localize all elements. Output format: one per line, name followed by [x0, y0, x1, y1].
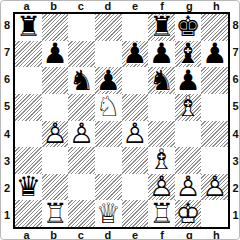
rank-label-2: 2 — [230, 175, 240, 202]
square-c8[interactable] — [68, 14, 95, 41]
piece-outline: ♗ — [175, 94, 202, 121]
piece-glyph: ♛ — [15, 174, 42, 201]
square-a4[interactable] — [15, 121, 42, 148]
piece-glyph: ♞ — [68, 67, 95, 94]
square-a6[interactable] — [15, 67, 42, 94]
square-a5[interactable] — [15, 94, 42, 121]
square-e2[interactable] — [122, 174, 149, 201]
piece-white-knight: ♞♘ — [95, 94, 122, 121]
square-a2[interactable]: ♛ — [15, 174, 42, 201]
file-label-c: c — [67, 229, 94, 240]
square-f6[interactable]: ♞ — [148, 67, 175, 94]
board: ♜♜♚♟♟♟♝♟♞♟♞♟♞♘♝♗♟♙♟♙♟♙♝♗♛♟♙♟♙♟♙♜♖♛♕♜♖♚♔ — [13, 12, 230, 229]
rank-label-1: 1 — [230, 202, 240, 229]
square-e3[interactable] — [122, 147, 149, 174]
rank-label-6: 6 — [1, 66, 13, 93]
piece-white-rook: ♜♖ — [42, 200, 69, 227]
rank-label-4: 4 — [1, 121, 13, 148]
square-h7[interactable]: ♟ — [201, 41, 228, 68]
piece-black-queen: ♛ — [15, 174, 42, 201]
square-a8[interactable]: ♜ — [15, 14, 42, 41]
square-g5[interactable]: ♝♗ — [175, 94, 202, 121]
piece-outline: ♙ — [122, 121, 149, 148]
rank-labels-right: 87654321 — [230, 12, 240, 229]
square-f1[interactable]: ♜♖ — [148, 200, 175, 227]
square-c3[interactable] — [68, 147, 95, 174]
square-h6[interactable] — [201, 67, 228, 94]
piece-black-rook: ♜ — [15, 14, 42, 41]
square-h5[interactable] — [201, 94, 228, 121]
rank-label-8: 8 — [1, 12, 13, 39]
piece-glyph: ♟ — [122, 41, 149, 68]
square-d3[interactable] — [95, 147, 122, 174]
square-g4[interactable] — [175, 121, 202, 148]
piece-white-pawn: ♟♙ — [122, 121, 149, 148]
file-labels-bottom: abcdefgh — [13, 229, 230, 240]
square-d4[interactable] — [95, 121, 122, 148]
piece-black-pawn: ♟ — [122, 41, 149, 68]
piece-glyph: ♟ — [201, 41, 228, 68]
square-e1[interactable] — [122, 200, 149, 227]
square-b6[interactable] — [42, 67, 69, 94]
piece-white-pawn: ♟♙ — [42, 121, 69, 148]
piece-white-pawn: ♟♙ — [68, 121, 95, 148]
piece-black-knight: ♞ — [148, 67, 175, 94]
square-c2[interactable] — [68, 174, 95, 201]
square-b4[interactable]: ♟♙ — [42, 121, 69, 148]
piece-outline: ♘ — [95, 94, 122, 121]
rank-label-7: 7 — [1, 39, 13, 66]
square-d1[interactable]: ♛♕ — [95, 200, 122, 227]
file-label-f: f — [149, 229, 176, 240]
rank-label-1: 1 — [1, 202, 13, 229]
square-d8[interactable] — [95, 14, 122, 41]
piece-outline: ♖ — [148, 200, 175, 227]
square-h4[interactable] — [201, 121, 228, 148]
piece-white-queen: ♛♕ — [95, 200, 122, 227]
square-e6[interactable] — [122, 67, 149, 94]
file-label-h: h — [203, 229, 230, 240]
piece-glyph: ♞ — [148, 67, 175, 94]
square-c4[interactable]: ♟♙ — [68, 121, 95, 148]
file-label-d: d — [94, 229, 121, 240]
file-label-e: e — [122, 1, 149, 12]
file-label-b: b — [40, 229, 67, 240]
square-d5[interactable]: ♞♘ — [95, 94, 122, 121]
piece-black-pawn: ♟ — [42, 41, 69, 68]
square-e7[interactable]: ♟ — [122, 41, 149, 68]
square-c1[interactable] — [68, 200, 95, 227]
piece-white-pawn: ♟♙ — [201, 174, 228, 201]
piece-white-king: ♚♔ — [175, 200, 202, 227]
piece-black-pawn: ♟ — [201, 41, 228, 68]
rank-labels-left: 87654321 — [1, 12, 13, 229]
square-a1[interactable] — [15, 200, 42, 227]
file-label-g: g — [176, 229, 203, 240]
piece-black-knight: ♞ — [68, 67, 95, 94]
file-label-e: e — [122, 229, 149, 240]
square-f5[interactable] — [148, 94, 175, 121]
rank-label-5: 5 — [230, 93, 240, 120]
rank-label-3: 3 — [230, 148, 240, 175]
file-label-b: b — [40, 1, 67, 12]
square-b3[interactable] — [42, 147, 69, 174]
rank-label-4: 4 — [230, 121, 240, 148]
square-h2[interactable]: ♟♙ — [201, 174, 228, 201]
file-label-a: a — [13, 229, 40, 240]
square-g1[interactable]: ♚♔ — [175, 200, 202, 227]
file-label-h: h — [203, 1, 230, 12]
square-a7[interactable] — [15, 41, 42, 68]
file-label-c: c — [67, 1, 94, 12]
rank-label-2: 2 — [1, 175, 13, 202]
piece-outline: ♔ — [175, 200, 202, 227]
file-label-d: d — [94, 1, 121, 12]
square-b7[interactable]: ♟ — [42, 41, 69, 68]
piece-white-rook: ♜♖ — [148, 200, 175, 227]
piece-outline: ♖ — [42, 200, 69, 227]
square-h1[interactable] — [201, 200, 228, 227]
piece-white-bishop: ♝♗ — [175, 94, 202, 121]
piece-glyph: ♜ — [15, 14, 42, 41]
rank-label-5: 5 — [1, 93, 13, 120]
rank-label-3: 3 — [1, 148, 13, 175]
piece-outline: ♙ — [42, 121, 69, 148]
rank-label-6: 6 — [230, 66, 240, 93]
square-b1[interactable]: ♜♖ — [42, 200, 69, 227]
rank-label-8: 8 — [230, 12, 240, 39]
square-c6[interactable]: ♞ — [68, 67, 95, 94]
rank-label-7: 7 — [230, 39, 240, 66]
chessboard-diagram: abcdefgh abcdefgh 87654321 87654321 ♜♜♚♟… — [0, 0, 240, 240]
square-e4[interactable]: ♟♙ — [122, 121, 149, 148]
piece-outline: ♙ — [201, 174, 228, 201]
piece-outline: ♙ — [68, 121, 95, 148]
piece-outline: ♕ — [95, 200, 122, 227]
piece-glyph: ♟ — [42, 41, 69, 68]
